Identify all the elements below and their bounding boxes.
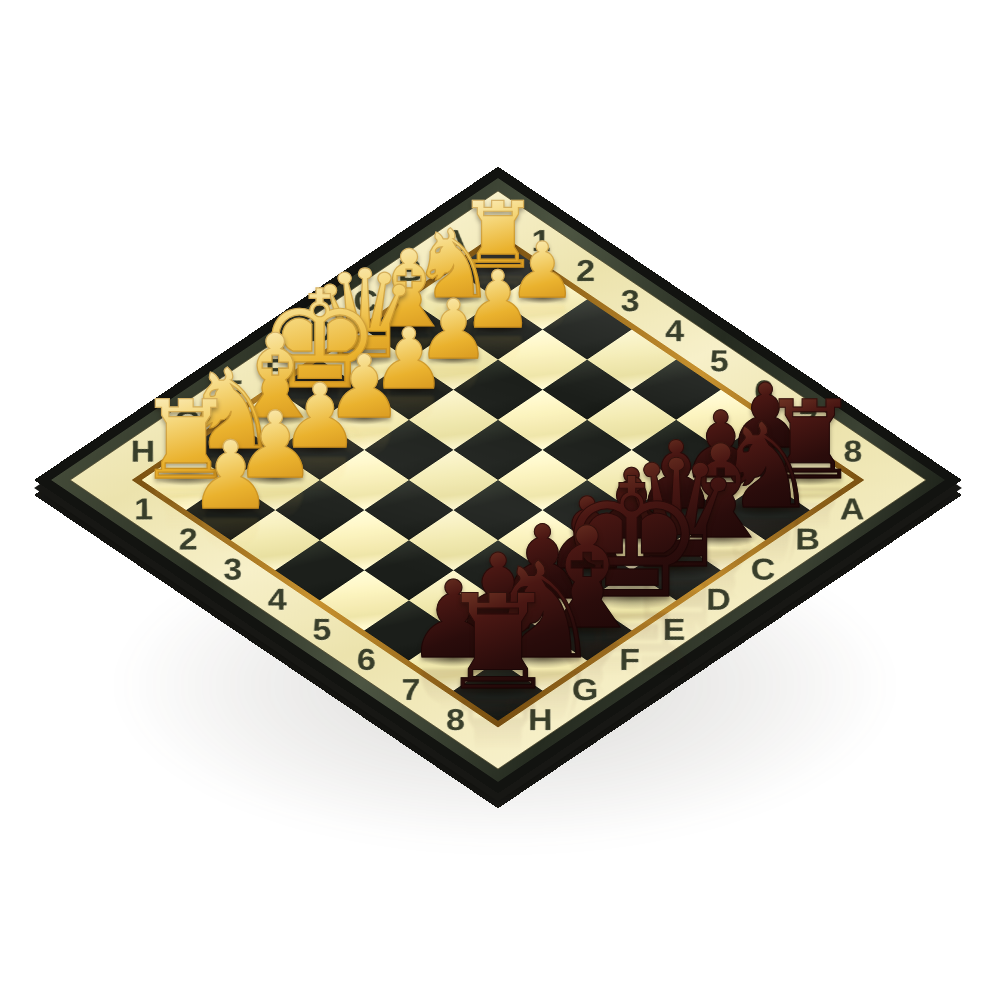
- rank-label-bottom-4: 4: [268, 582, 287, 617]
- rank-label-bottom-3: 3: [223, 552, 242, 587]
- rank-label-bottom-5: 5: [312, 612, 331, 647]
- piece-white-pawn-h2[interactable]: ♟: [189, 428, 273, 522]
- rank-label-top-4: 4: [665, 313, 684, 348]
- piece-black-rook-h8[interactable]: ♜: [439, 577, 556, 708]
- rank-label-top-2: 2: [576, 253, 595, 288]
- chess-set-photo: AA11BB22CC33DD44EE55FF66GG77HH88 ♜♜♞♞♝♝♛…: [0, 0, 1000, 1000]
- rank-label-bottom-6: 6: [357, 642, 376, 677]
- rank-label-top-3: 3: [620, 283, 639, 318]
